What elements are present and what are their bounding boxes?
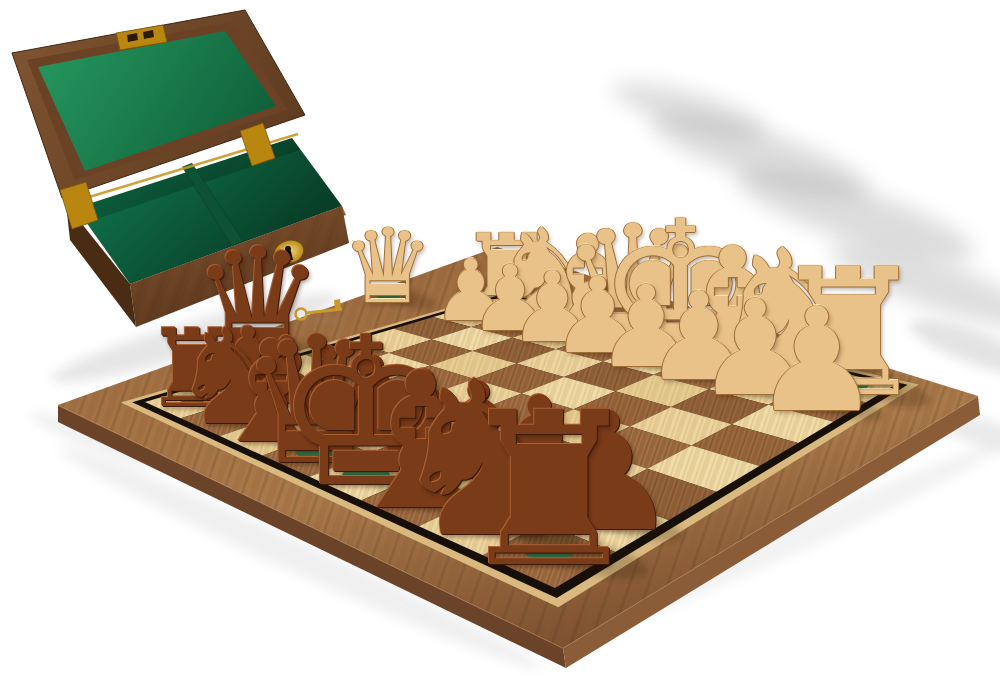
felt-base-pad: [767, 365, 809, 377]
felt-base-pad: [317, 411, 340, 417]
felt-base-pad: [541, 333, 563, 339]
felt-base-pad: [500, 322, 521, 328]
felt-base-pad: [410, 447, 438, 455]
felt-base-pad: [180, 396, 205, 403]
felt-base-pad: [376, 293, 400, 300]
felt-base-pad: [361, 428, 386, 435]
brass-hinge-left: [60, 182, 98, 229]
felt-base-pad: [296, 448, 337, 459]
felt-base-pad: [659, 340, 702, 352]
felt-base-pad: [238, 380, 258, 386]
felt-base-pad: [276, 395, 297, 401]
felt-base-pad: [522, 490, 556, 499]
felt-base-pad: [241, 341, 275, 351]
felt-base-pad: [457, 517, 506, 531]
felt-base-pad: [685, 369, 713, 377]
felt-base-pad: [494, 301, 519, 308]
felt-base-pad: [461, 313, 481, 318]
felt-base-pad: [531, 310, 560, 318]
felt-base-pad: [463, 467, 494, 476]
felt-base-pad: [713, 352, 751, 363]
felt-base-pad: [587, 515, 625, 526]
felt-base-pad: [215, 412, 245, 420]
felt-base-pad: [255, 429, 287, 438]
felt-base-pad: [399, 492, 442, 504]
felt-base-pad: [572, 319, 603, 328]
felt-base-pad: [828, 380, 869, 391]
felt-base-pad: [342, 468, 389, 481]
felt-base-pad: [633, 356, 659, 363]
felt-base-pad: [740, 383, 770, 391]
product-photo-scene: ♛♜♞♟♝♟♛♟♚♛♟♝♟♞♟♟♜♟♟♜♟♟♞♟♝♟♛♟♚♟♝♟♞♜: [0, 0, 1000, 692]
felt-base-pad: [614, 329, 652, 339]
felt-base-pad: [801, 398, 834, 407]
scene-graphics: [0, 0, 1000, 692]
felt-base-pad: [586, 344, 610, 351]
felt-base-pad: [525, 546, 574, 560]
key-bit: [334, 299, 341, 310]
storage-box: [12, 10, 349, 327]
